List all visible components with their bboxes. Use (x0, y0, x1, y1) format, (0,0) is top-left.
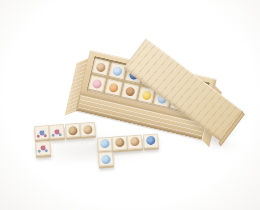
bear-icon (124, 86, 135, 97)
chain-domino-half-flower-blue (34, 125, 50, 140)
chain-domino-half-flower-pink (35, 141, 51, 156)
chain-domino-half-monkey-dark (65, 123, 81, 138)
flower-blue-icon (39, 130, 44, 135)
chain-domino-half-bug-blue (143, 133, 159, 148)
chain-domino-half-monkey (80, 122, 96, 137)
flower-pink-icon (40, 145, 45, 150)
boxed-domino-half-bear (121, 83, 139, 101)
elephant-icon (101, 154, 111, 164)
chain-domino-half-monkey (127, 134, 143, 149)
duck-icon (141, 90, 152, 101)
bug-blue-icon (146, 136, 156, 146)
boxed-domino-half-fox (104, 79, 122, 97)
table-chain (34, 117, 167, 176)
monkey-icon (130, 137, 140, 147)
boxed-domino-half-cat-blue (108, 62, 126, 80)
monkey-dark-icon (115, 138, 125, 148)
monkey-icon (83, 124, 93, 134)
fox-icon (108, 82, 119, 93)
monkey-icon (95, 62, 106, 73)
cat-blue-icon (112, 66, 123, 77)
elephant-icon (100, 139, 110, 149)
chain-domino-half-flower-pink (49, 124, 65, 139)
chain-domino-half-elephant (98, 152, 114, 167)
flower-pink-icon (55, 129, 60, 134)
chain-domino-half-elephant (97, 136, 113, 151)
boxed-domino-half-pig (88, 75, 106, 93)
monkey-dark-icon (68, 126, 78, 136)
chain-domino-half-monkey-dark (112, 135, 128, 150)
pig-icon (92, 79, 103, 90)
product-photo-stage (0, 0, 260, 210)
